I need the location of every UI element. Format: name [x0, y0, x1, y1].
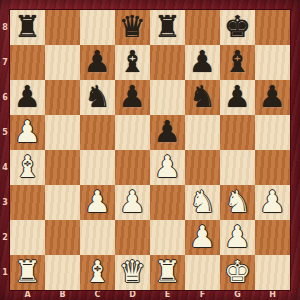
- square-d7[interactable]: ♝: [115, 45, 150, 80]
- square-f2[interactable]: ♟: [185, 220, 220, 255]
- square-c2[interactable]: [80, 220, 115, 255]
- black-pawn-h6[interactable]: ♟: [255, 80, 290, 115]
- file-label-f: F: [185, 289, 220, 300]
- black-queen-d8[interactable]: ♛: [115, 10, 150, 45]
- white-bishop-a4[interactable]: ♝: [10, 150, 45, 185]
- square-a6[interactable]: ♟: [10, 80, 45, 115]
- square-e7[interactable]: [150, 45, 185, 80]
- square-a7[interactable]: [10, 45, 45, 80]
- file-label-e: E: [150, 289, 185, 300]
- square-c5[interactable]: [80, 115, 115, 150]
- white-queen-d1[interactable]: ♛: [115, 255, 150, 290]
- square-b1[interactable]: [45, 255, 80, 290]
- black-pawn-g6[interactable]: ♟: [220, 80, 255, 115]
- square-b3[interactable]: [45, 185, 80, 220]
- square-e2[interactable]: [150, 220, 185, 255]
- square-g8[interactable]: ♚: [220, 10, 255, 45]
- white-pawn-a5[interactable]: ♟: [10, 115, 45, 150]
- white-rook-a1[interactable]: ♜: [10, 255, 45, 290]
- square-b4[interactable]: [45, 150, 80, 185]
- file-label-g: G: [220, 289, 255, 300]
- rank-label-3: 3: [0, 185, 10, 220]
- white-knight-f3[interactable]: ♞: [185, 185, 220, 220]
- black-pawn-a6[interactable]: ♟: [10, 80, 45, 115]
- black-bishop-d7[interactable]: ♝: [115, 45, 150, 80]
- file-label-d: D: [115, 289, 150, 300]
- rank-label-7: 7: [0, 45, 10, 80]
- square-h3[interactable]: ♟: [255, 185, 290, 220]
- black-pawn-f7[interactable]: ♟: [185, 45, 220, 80]
- square-h5[interactable]: [255, 115, 290, 150]
- black-bishop-g7[interactable]: ♝: [220, 45, 255, 80]
- square-c6[interactable]: ♞: [80, 80, 115, 115]
- black-knight-f6[interactable]: ♞: [185, 80, 220, 115]
- black-king-g8[interactable]: ♚: [220, 10, 255, 45]
- square-f3[interactable]: ♞: [185, 185, 220, 220]
- white-pawn-g2[interactable]: ♟: [220, 220, 255, 255]
- chess-board-frame: 87654321 ABCDEFGH ♜♛♜♚♟♝♟♝♟♞♟♞♟♟♟♟♝♟♟♟♞♞…: [0, 0, 300, 300]
- white-king-g1[interactable]: ♚: [220, 255, 255, 290]
- square-h1[interactable]: [255, 255, 290, 290]
- square-e1[interactable]: ♜: [150, 255, 185, 290]
- square-b7[interactable]: [45, 45, 80, 80]
- square-a2[interactable]: [10, 220, 45, 255]
- rank-label-1: 1: [0, 255, 10, 290]
- rank-label-2: 2: [0, 220, 10, 255]
- white-pawn-d3[interactable]: ♟: [115, 185, 150, 220]
- square-e4[interactable]: ♟: [150, 150, 185, 185]
- square-b2[interactable]: [45, 220, 80, 255]
- square-a4[interactable]: ♝: [10, 150, 45, 185]
- square-d6[interactable]: ♟: [115, 80, 150, 115]
- square-d8[interactable]: ♛: [115, 10, 150, 45]
- square-c4[interactable]: [80, 150, 115, 185]
- black-rook-e8[interactable]: ♜: [150, 10, 185, 45]
- black-pawn-d6[interactable]: ♟: [115, 80, 150, 115]
- square-b8[interactable]: [45, 10, 80, 45]
- file-label-b: B: [45, 289, 80, 300]
- square-h6[interactable]: ♟: [255, 80, 290, 115]
- square-d1[interactable]: ♛: [115, 255, 150, 290]
- black-pawn-c7[interactable]: ♟: [80, 45, 115, 80]
- chess-board: ♜♛♜♚♟♝♟♝♟♞♟♞♟♟♟♟♝♟♟♟♞♞♟♟♟♜♝♛♜♚: [10, 10, 290, 290]
- square-g3[interactable]: ♞: [220, 185, 255, 220]
- square-h7[interactable]: [255, 45, 290, 80]
- square-f4[interactable]: [185, 150, 220, 185]
- square-b6[interactable]: [45, 80, 80, 115]
- white-pawn-c3[interactable]: ♟: [80, 185, 115, 220]
- square-f6[interactable]: ♞: [185, 80, 220, 115]
- square-g1[interactable]: ♚: [220, 255, 255, 290]
- square-b5[interactable]: [45, 115, 80, 150]
- black-rook-a8[interactable]: ♜: [10, 10, 45, 45]
- square-h8[interactable]: [255, 10, 290, 45]
- square-h4[interactable]: [255, 150, 290, 185]
- square-c8[interactable]: [80, 10, 115, 45]
- file-label-c: C: [80, 289, 115, 300]
- square-e5[interactable]: ♟: [150, 115, 185, 150]
- square-e3[interactable]: [150, 185, 185, 220]
- square-f8[interactable]: [185, 10, 220, 45]
- white-bishop-c1[interactable]: ♝: [80, 255, 115, 290]
- square-g4[interactable]: [220, 150, 255, 185]
- square-e8[interactable]: ♜: [150, 10, 185, 45]
- white-pawn-e4[interactable]: ♟: [150, 150, 185, 185]
- square-g7[interactable]: ♝: [220, 45, 255, 80]
- square-a1[interactable]: ♜: [10, 255, 45, 290]
- file-label-h: H: [255, 289, 290, 300]
- file-label-a: A: [10, 289, 45, 300]
- square-f7[interactable]: ♟: [185, 45, 220, 80]
- black-pawn-e5[interactable]: ♟: [150, 115, 185, 150]
- square-g6[interactable]: ♟: [220, 80, 255, 115]
- rank-label-6: 6: [0, 80, 10, 115]
- rank-label-5: 5: [0, 115, 10, 150]
- white-rook-e1[interactable]: ♜: [150, 255, 185, 290]
- black-knight-c6[interactable]: ♞: [80, 80, 115, 115]
- square-h2[interactable]: [255, 220, 290, 255]
- square-e6[interactable]: [150, 80, 185, 115]
- square-d4[interactable]: [115, 150, 150, 185]
- square-g5[interactable]: [220, 115, 255, 150]
- square-d5[interactable]: [115, 115, 150, 150]
- square-a5[interactable]: ♟: [10, 115, 45, 150]
- white-knight-g3[interactable]: ♞: [220, 185, 255, 220]
- rank-label-4: 4: [0, 150, 10, 185]
- square-c7[interactable]: ♟: [80, 45, 115, 80]
- square-c1[interactable]: ♝: [80, 255, 115, 290]
- square-a8[interactable]: ♜: [10, 10, 45, 45]
- white-pawn-h3[interactable]: ♟: [255, 185, 290, 220]
- square-g2[interactable]: ♟: [220, 220, 255, 255]
- square-d3[interactable]: ♟: [115, 185, 150, 220]
- square-a3[interactable]: [10, 185, 45, 220]
- square-f5[interactable]: [185, 115, 220, 150]
- rank-label-8: 8: [0, 10, 10, 45]
- square-c3[interactable]: ♟: [80, 185, 115, 220]
- square-d2[interactable]: [115, 220, 150, 255]
- square-f1[interactable]: [185, 255, 220, 290]
- white-pawn-f2[interactable]: ♟: [185, 220, 220, 255]
